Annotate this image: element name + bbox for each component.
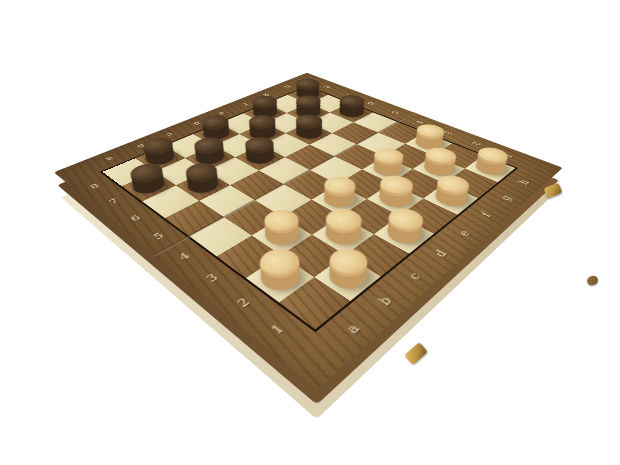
brass-knob-right-edge [586,274,599,286]
checkers-board-3d: 87654321 87654321 abcdefgh abcdefgh [54,73,563,390]
board-surface: 87654321 87654321 abcdefgh abcdefgh [54,73,563,390]
checker-dark-d6[interactable] [240,148,279,168]
playing-field-border [100,86,519,333]
board-field [102,87,515,329]
brass-hinge-front [404,342,428,365]
product-photo-scene: 87654321 87654321 abcdefgh abcdefgh [0,0,620,465]
checker-dark-b6[interactable] [182,174,224,197]
checker-light-h1[interactable] [470,158,510,179]
